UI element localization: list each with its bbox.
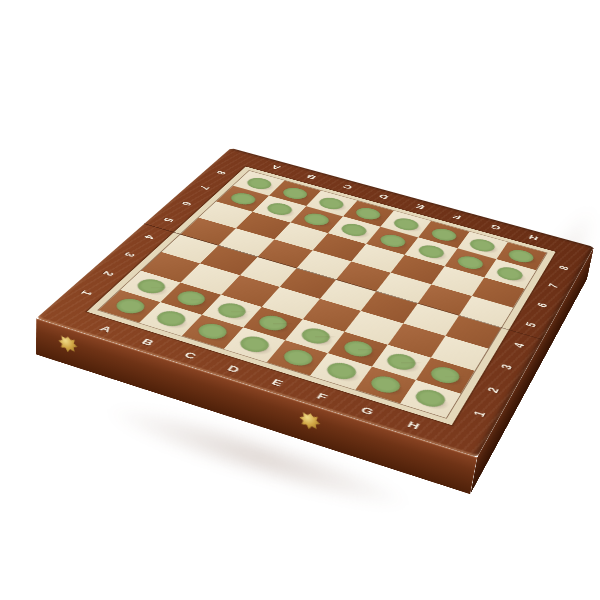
square-c8: ♝ [306, 191, 357, 217]
brass-clasp-icon [298, 410, 321, 432]
square-b8: ♞ [269, 181, 320, 206]
square-a8: ♜ [233, 171, 285, 196]
file-label-back-h: H [510, 226, 557, 250]
camera-roll-wrapper: ♜♞♝♛♚♝♞♜♟♟♟♟♟♟♟♟♟♟♟♟♟♟♟♟♜♞♝♛♚♝♞♜ ABCDEFG… [0, 0, 600, 600]
piece-black-bishop-f8: ♝ [410, 160, 477, 240]
piece-black-pawn-d7: ♟ [329, 176, 379, 235]
file-label-back-d: D [360, 186, 407, 208]
square-e7: ♟ [366, 227, 418, 255]
square-f6 [391, 255, 444, 284]
file-label-back-c: C [323, 176, 370, 198]
piece-black-pawn-e7: ♟ [367, 186, 417, 246]
piece-black-bishop-c8: ♝ [298, 130, 364, 208]
rank-label-right-8: 8 [540, 256, 588, 281]
square-b7: ♟ [253, 196, 306, 222]
square-f7: ♟ [405, 238, 457, 266]
piece-black-knight-b8: ♞ [264, 124, 326, 198]
square-d7: ♟ [328, 216, 380, 243]
piece-black-pawn-f7: ♟ [406, 197, 457, 257]
chess-board: ♜♞♝♛♚♝♞♜♟♟♟♟♟♟♟♟♟♟♟♟♟♟♟♟♜♞♝♛♚♝♞♜ ABCDEFG… [36, 148, 594, 457]
square-g7: ♟ [444, 248, 496, 277]
chess-set-photo: ♜♞♝♛♚♝♞♜♟♟♟♟♟♟♟♟♟♟♟♟♟♟♟♟♜♞♝♛♚♝♞♜ ABCDEFG… [0, 0, 600, 600]
file-label-back-g: G [471, 216, 518, 239]
piece-black-pawn-b7: ♟ [255, 155, 304, 213]
piece-black-rook-a8: ♜ [231, 121, 287, 188]
rank-label-right-7: 7 [529, 273, 578, 299]
square-f8: ♝ [418, 221, 469, 248]
square-h7: ♟ [484, 259, 536, 288]
square-a7: ♟ [216, 186, 269, 212]
piece-white-rook-h1: ♜ [399, 331, 461, 405]
piece-black-pawn-h7: ♟ [484, 218, 535, 279]
square-g8: ♞ [457, 232, 508, 260]
piece-black-pawn-a7: ♟ [218, 145, 267, 203]
piece-black-pawn-c7: ♟ [292, 166, 342, 225]
piece-black-king-e8: ♚ [365, 133, 446, 229]
brass-clasp-icon [58, 334, 77, 355]
piece-black-queen-d8: ♛ [330, 127, 407, 218]
piece-black-pawn-g7: ♟ [445, 207, 496, 267]
rank-label-left-7: 7 [179, 177, 228, 199]
file-label-back-a: A [252, 157, 299, 178]
square-d8: ♛ [343, 201, 394, 227]
piece-black-rook-h8: ♜ [492, 191, 551, 261]
file-label-back-b: B [288, 166, 335, 187]
square-e6 [351, 244, 405, 273]
rank-label-left-6: 6 [161, 192, 212, 215]
file-label-back-f: F [434, 206, 481, 229]
square-c7: ♟ [290, 206, 343, 233]
square-h8: ♜ [496, 242, 546, 270]
square-b6 [236, 212, 290, 239]
square-g6 [431, 266, 484, 296]
square-e8: ♚ [380, 211, 431, 238]
square-a6 [199, 201, 253, 228]
rank-label-left-8: 8 [197, 162, 245, 183]
file-labels-back: ABCDEFGH [252, 157, 556, 250]
file-label-back-e: E [396, 196, 443, 218]
piece-black-knight-g8: ♞ [450, 174, 514, 250]
